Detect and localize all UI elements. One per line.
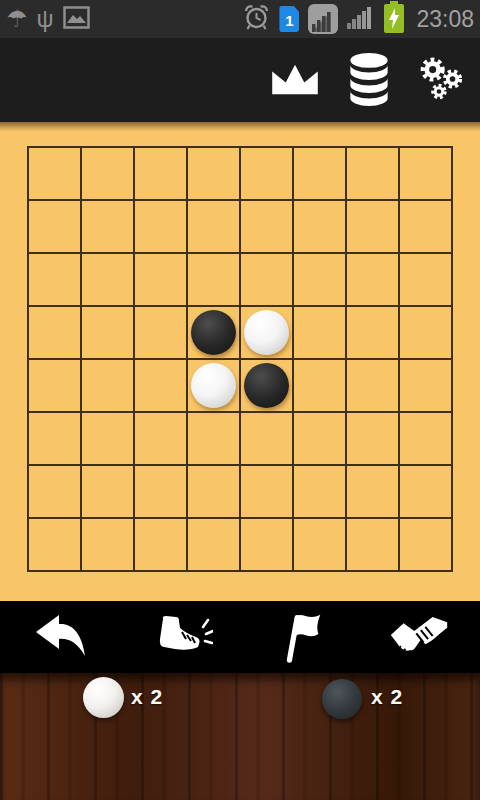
cell-b3[interactable] [81,253,134,306]
cell-d1[interactable] [187,147,240,200]
crown-icon[interactable] [268,60,322,101]
cell-d5[interactable] [187,359,240,412]
gallery-icon [63,6,90,33]
board-area [0,122,480,601]
cell-f7[interactable] [293,465,346,518]
cell-g5[interactable] [346,359,399,412]
cell-h3[interactable] [399,253,452,306]
flag-icon[interactable] [276,609,326,666]
cell-c2[interactable] [134,200,187,253]
cell-g1[interactable] [346,147,399,200]
cell-d3[interactable] [187,253,240,306]
cell-c6[interactable] [134,412,187,465]
settings-gears-icon[interactable] [416,56,464,105]
cell-g4[interactable] [346,306,399,359]
cell-d4[interactable] [187,306,240,359]
handshake-icon[interactable] [389,613,449,662]
cell-e8[interactable] [240,518,293,571]
cell-f4[interactable] [293,306,346,359]
signal-bars-icon [347,5,374,34]
cell-c7[interactable] [134,465,187,518]
black-piece-counter-disc [322,679,362,719]
alarm-icon [243,3,270,35]
captured-tray: x 2 x 2 [0,673,480,800]
cell-f2[interactable] [293,200,346,253]
cell-g8[interactable] [346,518,399,571]
cell-h2[interactable] [399,200,452,253]
cell-e3[interactable] [240,253,293,306]
board[interactable] [27,146,453,572]
black-disc [244,363,289,408]
clock-text: 23:08 [416,6,474,33]
action-bar [0,38,480,122]
game-toolbar [0,601,480,673]
cell-b6[interactable] [81,412,134,465]
cell-g3[interactable] [346,253,399,306]
cell-a8[interactable] [28,518,81,571]
cell-g6[interactable] [346,412,399,465]
cell-b8[interactable] [81,518,134,571]
kick-icon[interactable] [151,613,213,662]
cell-d7[interactable] [187,465,240,518]
cell-b4[interactable] [81,306,134,359]
umbrella-icon: ☂ [6,0,28,38]
cell-a6[interactable] [28,412,81,465]
usb-icon: ψ [37,0,54,38]
cell-b7[interactable] [81,465,134,518]
cell-f5[interactable] [293,359,346,412]
black-disc [191,310,236,355]
undo-icon[interactable] [32,611,88,664]
cell-c5[interactable] [134,359,187,412]
cell-f8[interactable] [293,518,346,571]
network-widget-icon [308,4,338,34]
cell-c8[interactable] [134,518,187,571]
cell-e1[interactable] [240,147,293,200]
cell-f6[interactable] [293,412,346,465]
cell-h4[interactable] [399,306,452,359]
cell-a2[interactable] [28,200,81,253]
cell-h5[interactable] [399,359,452,412]
cell-e4[interactable] [240,306,293,359]
cell-g2[interactable] [346,200,399,253]
cell-b1[interactable] [81,147,134,200]
cell-d8[interactable] [187,518,240,571]
cell-d2[interactable] [187,200,240,253]
cell-e5[interactable] [240,359,293,412]
cell-c4[interactable] [134,306,187,359]
cell-e7[interactable] [240,465,293,518]
cell-b5[interactable] [81,359,134,412]
cell-a4[interactable] [28,306,81,359]
cell-e2[interactable] [240,200,293,253]
cell-a7[interactable] [28,465,81,518]
status-bar: ☂ ψ 1 [0,0,480,38]
cell-a5[interactable] [28,359,81,412]
white-disc [191,363,236,408]
cell-f3[interactable] [293,253,346,306]
cell-d6[interactable] [187,412,240,465]
cell-b2[interactable] [81,200,134,253]
cell-h6[interactable] [399,412,452,465]
cell-e6[interactable] [240,412,293,465]
white-piece-count: x 2 [131,685,163,709]
sim-card-icon: 1 [279,6,299,32]
battery-charging-icon [383,1,405,37]
cell-a3[interactable] [28,253,81,306]
cell-a1[interactable] [28,147,81,200]
cell-f1[interactable] [293,147,346,200]
cell-c1[interactable] [134,147,187,200]
white-disc [244,310,289,355]
white-piece-counter-disc [83,677,124,718]
cell-h7[interactable] [399,465,452,518]
black-piece-count: x 2 [371,685,403,709]
cell-g7[interactable] [346,465,399,518]
cell-c3[interactable] [134,253,187,306]
database-icon[interactable] [348,52,390,109]
cell-h8[interactable] [399,518,452,571]
cell-h1[interactable] [399,147,452,200]
